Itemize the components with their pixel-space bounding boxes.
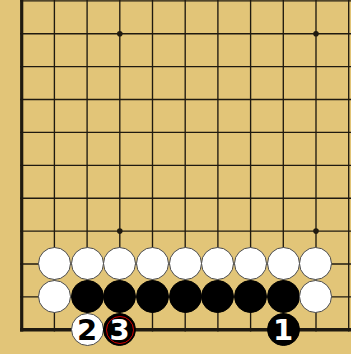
stone-white-F3 <box>169 247 202 280</box>
stones-layer: 231 <box>5 0 351 346</box>
stone-black-J2 <box>267 280 300 313</box>
stone-black-C2 <box>71 280 104 313</box>
stone-white-B2 <box>38 280 71 313</box>
stone-white-H3 <box>234 247 267 280</box>
stone-white-J3 <box>267 247 300 280</box>
stone-black-G2 <box>201 280 234 313</box>
stone-black-F2 <box>169 280 202 313</box>
go-board-diagram[interactable]: 231 <box>0 0 351 354</box>
stone-white-G3 <box>201 247 234 280</box>
stone-white-K2 <box>299 280 332 313</box>
stone-white-E3 <box>136 247 169 280</box>
stone-white-K3 <box>299 247 332 280</box>
stone-white-D3 <box>103 247 136 280</box>
stone-black-D1-move-3: 3 <box>103 313 136 346</box>
stone-white-C1-move-2: 2 <box>71 313 104 346</box>
stone-black-H2 <box>234 280 267 313</box>
stone-black-J1-move-1: 1 <box>267 313 300 346</box>
stone-white-B3 <box>38 247 71 280</box>
stone-black-D2 <box>103 280 136 313</box>
stone-white-C3 <box>71 247 104 280</box>
stone-black-E2 <box>136 280 169 313</box>
